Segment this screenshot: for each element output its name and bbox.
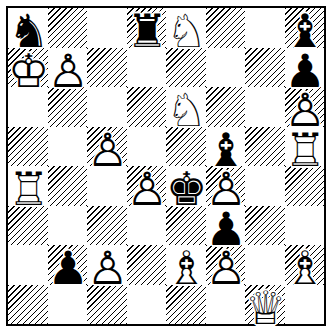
- square-e6[interactable]: ♞♘: [166, 87, 206, 127]
- square-d5[interactable]: [127, 127, 167, 167]
- square-f3[interactable]: ♟♟: [206, 206, 246, 246]
- square-h2[interactable]: ♝♗: [285, 245, 325, 285]
- piece-white-pawn: ♟♙: [87, 245, 128, 291]
- black-rook-icon: ♜: [127, 8, 168, 54]
- white-pawn-icon: ♙: [127, 166, 168, 212]
- square-b8[interactable]: [48, 8, 88, 48]
- square-b5[interactable]: [48, 127, 88, 167]
- piece-white-rook: ♜♖: [8, 166, 49, 212]
- white-bishop-icon: ♗: [166, 245, 207, 291]
- square-f2[interactable]: ♟♙: [206, 245, 246, 285]
- white-knight-icon: ♘: [166, 8, 207, 54]
- square-f5[interactable]: ♝♝: [206, 127, 246, 167]
- square-d1[interactable]: [127, 285, 167, 325]
- square-g5[interactable]: [245, 127, 285, 167]
- white-bishop-icon: ♗: [285, 245, 326, 291]
- square-b3[interactable]: [48, 206, 88, 246]
- piece-white-knight: ♞♘: [166, 87, 207, 133]
- square-d6[interactable]: [127, 87, 167, 127]
- piece-white-rook: ♜♖: [285, 127, 326, 173]
- white-queen-icon: ♕: [245, 285, 286, 331]
- square-d4[interactable]: ♟♙: [127, 166, 167, 206]
- piece-white-knight: ♞♘: [166, 8, 207, 54]
- square-c6[interactable]: [87, 87, 127, 127]
- square-h6[interactable]: ♟♙: [285, 87, 325, 127]
- piece-white-pawn: ♟♙: [127, 166, 168, 212]
- square-d2[interactable]: [127, 245, 167, 285]
- square-g6[interactable]: [245, 87, 285, 127]
- white-pawn-icon: ♙: [206, 245, 247, 291]
- square-a4[interactable]: ♜♖: [8, 166, 48, 206]
- square-c5[interactable]: ♟♙: [87, 127, 127, 167]
- chessboard: ♞♞♜♜♞♘♝♝♚♔♟♙♟♟♞♘♟♙♟♙♝♝♜♖♜♖♟♙♚♚♟♙♟♟♟♟♟♙♝♗…: [8, 8, 324, 324]
- square-e2[interactable]: ♝♗: [166, 245, 206, 285]
- white-pawn-icon: ♙: [87, 245, 128, 291]
- square-f8[interactable]: [206, 8, 246, 48]
- square-g7[interactable]: [245, 48, 285, 88]
- square-c3[interactable]: [87, 206, 127, 246]
- piece-black-king: ♚♚: [166, 166, 207, 212]
- square-c2[interactable]: ♟♙: [87, 245, 127, 285]
- piece-white-pawn: ♟♙: [48, 48, 89, 94]
- square-g4[interactable]: [245, 166, 285, 206]
- square-a1[interactable]: [8, 285, 48, 325]
- chessboard-frame: ♞♞♜♜♞♘♝♝♚♔♟♙♟♟♞♘♟♙♟♙♝♝♜♖♜♖♟♙♚♚♟♙♟♟♟♟♟♙♝♗…: [6, 6, 326, 326]
- square-b2[interactable]: ♟♟: [48, 245, 88, 285]
- white-knight-icon: ♘: [166, 87, 207, 133]
- square-f6[interactable]: [206, 87, 246, 127]
- piece-white-bishop: ♝♗: [285, 245, 326, 291]
- square-c8[interactable]: [87, 8, 127, 48]
- square-h7[interactable]: ♟♟: [285, 48, 325, 88]
- piece-black-rook: ♜♜: [127, 8, 168, 54]
- square-b7[interactable]: ♟♙: [48, 48, 88, 88]
- square-f4[interactable]: ♟♙: [206, 166, 246, 206]
- square-f7[interactable]: [206, 48, 246, 88]
- chess-diagram: ♞♞♜♜♞♘♝♝♚♔♟♙♟♟♞♘♟♙♟♙♝♝♜♖♜♖♟♙♚♚♟♙♟♟♟♟♟♙♝♗…: [0, 0, 332, 332]
- square-d8[interactable]: ♜♜: [127, 8, 167, 48]
- white-king-icon: ♔: [8, 48, 49, 94]
- square-a7[interactable]: ♚♔: [8, 48, 48, 88]
- square-g2[interactable]: [245, 245, 285, 285]
- black-pawn-icon: ♟: [48, 245, 89, 291]
- white-pawn-icon: ♙: [87, 127, 128, 173]
- square-c7[interactable]: [87, 48, 127, 88]
- square-e4[interactable]: ♚♚: [166, 166, 206, 206]
- square-g8[interactable]: [245, 8, 285, 48]
- square-g1[interactable]: ♛♕: [245, 285, 285, 325]
- piece-white-bishop: ♝♗: [166, 245, 207, 291]
- square-h3[interactable]: [285, 206, 325, 246]
- piece-white-king: ♚♔: [8, 48, 49, 94]
- square-h5[interactable]: ♜♖: [285, 127, 325, 167]
- black-king-icon: ♚: [166, 166, 207, 212]
- white-pawn-icon: ♙: [48, 48, 89, 94]
- square-a2[interactable]: [8, 245, 48, 285]
- piece-white-queen: ♛♕: [245, 285, 286, 331]
- white-rook-icon: ♖: [8, 166, 49, 212]
- square-g3[interactable]: [245, 206, 285, 246]
- square-a5[interactable]: [8, 127, 48, 167]
- square-e8[interactable]: ♞♘: [166, 8, 206, 48]
- square-a8[interactable]: ♞♞: [8, 8, 48, 48]
- piece-black-pawn: ♟♟: [48, 245, 89, 291]
- piece-white-pawn: ♟♙: [206, 245, 247, 291]
- piece-white-pawn: ♟♙: [87, 127, 128, 173]
- square-b4[interactable]: [48, 166, 88, 206]
- white-rook-icon: ♖: [285, 127, 326, 173]
- square-h8[interactable]: ♝♝: [285, 8, 325, 48]
